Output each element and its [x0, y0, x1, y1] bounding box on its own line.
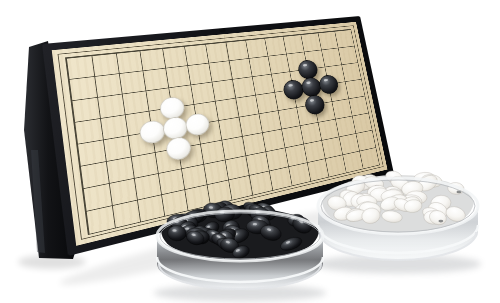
product-photo-scene [0, 0, 500, 303]
stone-gap-shadow [438, 220, 443, 223]
white-stone-tray[interactable] [315, 169, 481, 273]
tray-stones-pile [161, 199, 319, 260]
stone-trays [0, 0, 500, 303]
black-stone-tray[interactable] [154, 199, 327, 301]
